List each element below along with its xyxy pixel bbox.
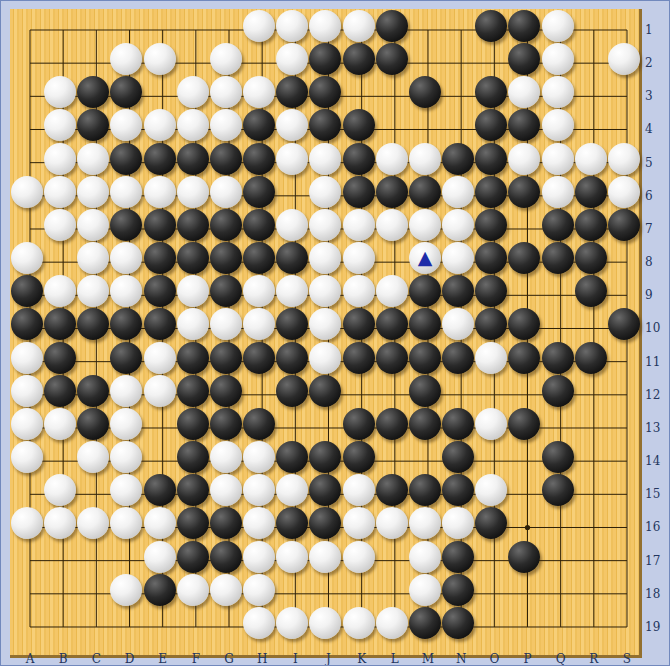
stone-black[interactable] — [177, 375, 209, 407]
stone-black[interactable] — [343, 43, 375, 75]
stone-black[interactable] — [177, 143, 209, 175]
stone-white[interactable] — [542, 143, 574, 175]
stone-white[interactable] — [144, 541, 176, 573]
stone-white[interactable] — [276, 143, 308, 175]
stone-white[interactable] — [376, 143, 408, 175]
stone-white[interactable] — [542, 76, 574, 108]
stone-black[interactable] — [177, 541, 209, 573]
row-label: 17 — [641, 554, 670, 568]
stone-black[interactable] — [343, 143, 375, 175]
stone-white[interactable] — [343, 474, 375, 506]
stone-white[interactable] — [243, 10, 275, 42]
stone-black[interactable] — [376, 176, 408, 208]
stone-white[interactable] — [343, 507, 375, 539]
stone-black[interactable] — [177, 441, 209, 473]
stone-black[interactable] — [177, 242, 209, 274]
stone-white[interactable] — [309, 143, 341, 175]
stone-black[interactable] — [243, 408, 275, 440]
stone-black[interactable] — [542, 242, 574, 274]
stone-white[interactable] — [608, 43, 640, 75]
column-label: A — [18, 652, 42, 666]
stone-black[interactable] — [442, 408, 474, 440]
stone-black[interactable] — [575, 342, 607, 374]
stone-black[interactable] — [376, 408, 408, 440]
stone-white[interactable] — [44, 408, 76, 440]
stone-white[interactable] — [608, 143, 640, 175]
triangle-marker: ▲ — [414, 248, 436, 267]
column-label: S — [615, 652, 639, 666]
row-label: 16 — [641, 520, 670, 534]
row-label: 19 — [641, 620, 670, 634]
column-label: F — [184, 652, 208, 666]
stone-white[interactable] — [144, 176, 176, 208]
row-label: 11 — [641, 355, 670, 369]
stone-black[interactable] — [110, 342, 142, 374]
stone-white[interactable] — [243, 607, 275, 639]
stone-black[interactable] — [210, 541, 242, 573]
stone-white[interactable] — [144, 375, 176, 407]
column-label: I — [283, 652, 307, 666]
stone-white[interactable] — [575, 143, 607, 175]
row-label: 10 — [641, 321, 670, 335]
stone-white[interactable] — [243, 574, 275, 606]
stone-black[interactable] — [144, 275, 176, 307]
stone-black[interactable] — [110, 143, 142, 175]
stone-white[interactable] — [210, 176, 242, 208]
stone-white[interactable] — [11, 176, 43, 208]
stone-white[interactable] — [11, 408, 43, 440]
stone-black[interactable] — [243, 342, 275, 374]
stone-white[interactable] — [144, 109, 176, 141]
stone-white[interactable] — [177, 76, 209, 108]
go-client-window: ▲ABCDEFGHIJKLMNOPQRS12345678910111213141… — [0, 0, 670, 666]
stone-white[interactable] — [44, 209, 76, 241]
stone-white[interactable] — [77, 176, 109, 208]
row-label: 18 — [641, 587, 670, 601]
stone-white[interactable] — [409, 209, 441, 241]
hoshi-dot — [525, 525, 530, 530]
stone-white[interactable] — [144, 342, 176, 374]
stone-white[interactable] — [376, 209, 408, 241]
stone-black[interactable] — [475, 143, 507, 175]
stone-black[interactable] — [542, 342, 574, 374]
stone-black[interactable] — [177, 474, 209, 506]
stone-black[interactable] — [144, 574, 176, 606]
stone-black[interactable] — [210, 143, 242, 175]
stone-white[interactable] — [343, 209, 375, 241]
stone-black[interactable] — [243, 176, 275, 208]
column-label: E — [151, 652, 175, 666]
row-label: 6 — [641, 189, 670, 203]
column-label: H — [250, 652, 274, 666]
stone-black[interactable] — [542, 441, 574, 473]
stone-black[interactable] — [442, 143, 474, 175]
stone-white[interactable] — [44, 176, 76, 208]
stone-black[interactable] — [177, 209, 209, 241]
stone-white[interactable] — [542, 109, 574, 141]
stone-black[interactable] — [210, 342, 242, 374]
stone-black[interactable] — [210, 242, 242, 274]
stone-white[interactable] — [343, 607, 375, 639]
stone-white[interactable] — [343, 541, 375, 573]
column-label: O — [482, 652, 506, 666]
stone-black[interactable] — [475, 176, 507, 208]
stone-white[interactable] — [210, 441, 242, 473]
stone-black[interactable] — [44, 342, 76, 374]
column-label: N — [449, 652, 473, 666]
stone-black[interactable] — [177, 408, 209, 440]
stone-black[interactable] — [343, 308, 375, 340]
stone-white[interactable] — [11, 441, 43, 473]
stone-black[interactable] — [210, 375, 242, 407]
stone-black[interactable] — [442, 541, 474, 573]
stone-black[interactable] — [409, 607, 441, 639]
stone-white[interactable] — [11, 375, 43, 407]
stone-black[interactable] — [442, 574, 474, 606]
stone-black[interactable] — [276, 375, 308, 407]
stone-white[interactable] — [177, 176, 209, 208]
stone-white[interactable] — [210, 574, 242, 606]
stone-black[interactable] — [144, 474, 176, 506]
row-label: 5 — [641, 156, 670, 170]
stone-black[interactable] — [376, 43, 408, 75]
column-label: D — [117, 652, 141, 666]
stone-white[interactable] — [542, 43, 574, 75]
stone-black[interactable] — [409, 408, 441, 440]
stone-black[interactable] — [409, 176, 441, 208]
stone-black[interactable] — [442, 342, 474, 374]
stone-black[interactable] — [508, 342, 540, 374]
row-label: 12 — [641, 388, 670, 402]
stone-white[interactable] — [77, 143, 109, 175]
stone-black[interactable] — [144, 209, 176, 241]
row-label: 8 — [641, 255, 670, 269]
stone-white[interactable] — [210, 43, 242, 75]
row-label: 13 — [641, 421, 670, 435]
column-label: L — [383, 652, 407, 666]
stone-black[interactable] — [542, 375, 574, 407]
row-label: 4 — [641, 122, 670, 136]
column-label: G — [217, 652, 241, 666]
stone-white[interactable] — [376, 607, 408, 639]
column-label: R — [582, 652, 606, 666]
stone-black[interactable] — [376, 10, 408, 42]
stone-black[interactable] — [210, 408, 242, 440]
stone-white[interactable] — [542, 176, 574, 208]
row-label: 2 — [641, 56, 670, 70]
stone-black[interactable] — [343, 342, 375, 374]
stone-white[interactable] — [144, 507, 176, 539]
stone-black[interactable] — [210, 209, 242, 241]
stone-white[interactable] — [409, 574, 441, 606]
stone-black[interactable] — [44, 375, 76, 407]
stone-black[interactable] — [177, 342, 209, 374]
stone-black[interactable] — [343, 408, 375, 440]
stone-white[interactable] — [177, 574, 209, 606]
stone-black[interactable] — [376, 474, 408, 506]
row-label: 9 — [641, 288, 670, 302]
stone-black[interactable] — [343, 441, 375, 473]
stone-white[interactable] — [177, 275, 209, 307]
column-label: Q — [549, 652, 573, 666]
stone-white[interactable] — [475, 342, 507, 374]
stone-black[interactable] — [276, 342, 308, 374]
stone-white[interactable] — [409, 143, 441, 175]
column-label: C — [84, 652, 108, 666]
stone-white[interactable] — [343, 10, 375, 42]
row-label: 14 — [641, 454, 670, 468]
stone-black[interactable] — [376, 342, 408, 374]
stone-black[interactable] — [575, 242, 607, 274]
row-label: 3 — [641, 89, 670, 103]
stone-white[interactable] — [442, 176, 474, 208]
row-label: 7 — [641, 222, 670, 236]
stone-black[interactable] — [542, 474, 574, 506]
column-label: P — [515, 652, 539, 666]
stone-black[interactable] — [409, 342, 441, 374]
stone-black[interactable] — [343, 109, 375, 141]
stone-white[interactable] — [542, 10, 574, 42]
stone-white[interactable] — [343, 242, 375, 274]
stone-black[interactable] — [144, 308, 176, 340]
stone-white[interactable] — [11, 242, 43, 274]
stone-white[interactable] — [44, 143, 76, 175]
stone-black[interactable] — [243, 143, 275, 175]
row-label: 1 — [641, 23, 670, 37]
stone-white[interactable] — [11, 342, 43, 374]
stone-white[interactable] — [144, 43, 176, 75]
stone-black[interactable] — [542, 209, 574, 241]
stone-black[interactable] — [144, 242, 176, 274]
stone-white[interactable] — [309, 541, 341, 573]
column-label: B — [51, 652, 75, 666]
stone-black[interactable] — [575, 275, 607, 307]
stone-white[interactable] — [608, 176, 640, 208]
stone-white[interactable] — [442, 209, 474, 241]
row-label: 15 — [641, 487, 670, 501]
stone-black[interactable] — [608, 209, 640, 241]
stone-black[interactable] — [343, 176, 375, 208]
stone-white[interactable] — [343, 275, 375, 307]
stone-black[interactable] — [575, 209, 607, 241]
stone-white[interactable] — [508, 143, 540, 175]
stone-black[interactable] — [442, 607, 474, 639]
stone-black[interactable] — [508, 541, 540, 573]
stone-black[interactable] — [575, 176, 607, 208]
stone-white[interactable] — [243, 541, 275, 573]
column-label: K — [350, 652, 374, 666]
stone-black[interactable] — [409, 375, 441, 407]
stone-black[interactable] — [144, 143, 176, 175]
stone-black[interactable] — [77, 375, 109, 407]
stone-white[interactable] — [409, 541, 441, 573]
stone-white[interactable] — [309, 342, 341, 374]
stone-white[interactable] — [376, 275, 408, 307]
stone-white[interactable] — [276, 541, 308, 573]
column-label: M — [416, 652, 440, 666]
stone-black[interactable] — [243, 209, 275, 241]
column-label: J — [316, 652, 340, 666]
